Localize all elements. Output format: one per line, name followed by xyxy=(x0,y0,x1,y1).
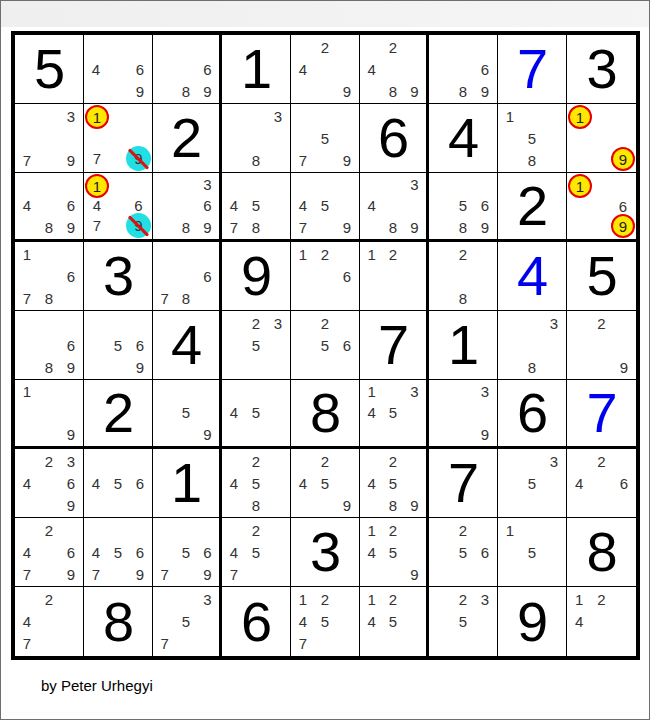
candidate-6[interactable]: 6 xyxy=(481,545,489,560)
candidate-4[interactable]: 4 xyxy=(299,476,307,491)
candidate-slot-5 xyxy=(314,265,336,287)
candidate-1[interactable]: 1 xyxy=(23,384,31,399)
candidate-grid: 179 xyxy=(85,105,151,171)
cell-r6c2[interactable]: 2 xyxy=(84,380,153,449)
candidate-2[interactable]: 2 xyxy=(459,523,467,538)
cell-r9c9[interactable]: 124 xyxy=(567,587,636,656)
candidate-9-cyan-strike[interactable]: 9 xyxy=(126,146,151,171)
candidate-slot-7 xyxy=(361,287,382,309)
candidate-4[interactable]: 4 xyxy=(367,476,375,491)
given-digit: 8 xyxy=(103,594,133,650)
candidate-5[interactable]: 5 xyxy=(528,545,536,560)
candidate-1-yellow[interactable]: 1 xyxy=(85,105,109,129)
candidate-7[interactable]: 7 xyxy=(23,153,31,168)
cell-r1c2[interactable]: 469 xyxy=(84,35,153,104)
cell-r7c2[interactable]: 456 xyxy=(84,449,153,518)
candidate-5[interactable]: 5 xyxy=(182,614,190,629)
candidate-5[interactable]: 5 xyxy=(114,338,122,353)
cell-r7c4[interactable]: 2458 xyxy=(222,449,291,518)
cell-r7c9[interactable]: 246 xyxy=(567,449,636,518)
candidate-2[interactable]: 2 xyxy=(252,316,260,331)
candidate-8[interactable]: 8 xyxy=(459,291,467,306)
candidate-slot-2: 2 xyxy=(38,588,60,610)
candidate-slot-8: 8 xyxy=(175,287,196,309)
candidate-2[interactable]: 2 xyxy=(45,592,53,607)
candidate-2[interactable]: 2 xyxy=(597,592,605,607)
candidate-1[interactable]: 1 xyxy=(299,247,307,262)
candidate-6[interactable]: 6 xyxy=(136,545,144,560)
candidate-4[interactable]: 4 xyxy=(23,198,31,213)
candidate-6[interactable]: 6 xyxy=(67,338,75,353)
candidate-slot-2 xyxy=(245,105,267,127)
cell-r3c2[interactable]: 14679 xyxy=(84,173,153,242)
cell-r1c1[interactable]: 5 xyxy=(15,35,84,104)
candidate-4[interactable]: 4 xyxy=(575,614,583,629)
candidate-6[interactable]: 6 xyxy=(67,198,75,213)
candidate-9[interactable]: 9 xyxy=(343,153,351,168)
cell-r2c6[interactable]: 6 xyxy=(360,104,429,173)
candidate-4[interactable]: 4 xyxy=(230,405,238,420)
candidate-9[interactable]: 9 xyxy=(67,153,75,168)
candidate-2[interactable]: 2 xyxy=(389,592,397,607)
candidate-3[interactable]: 3 xyxy=(67,454,75,469)
cell-r7c8[interactable]: 35 xyxy=(498,449,567,518)
candidate-1[interactable]: 1 xyxy=(575,592,583,607)
candidate-slot-9 xyxy=(613,494,635,516)
cell-r4c5[interactable]: 126 xyxy=(291,242,360,311)
candidate-slot-3: 3 xyxy=(267,312,289,334)
candidate-1[interactable]: 1 xyxy=(367,247,375,262)
cell-r6c8[interactable]: 6 xyxy=(498,380,567,449)
candidate-slot-5: 5 xyxy=(314,195,336,216)
candidate-5[interactable]: 5 xyxy=(459,545,467,560)
cell-r5c3[interactable]: 4 xyxy=(153,311,222,380)
candidate-5[interactable]: 5 xyxy=(182,545,190,560)
cell-r7c7[interactable]: 7 xyxy=(429,449,498,518)
candidate-5[interactable]: 5 xyxy=(321,476,329,491)
cell-r8c2[interactable]: 45679 xyxy=(84,518,153,587)
candidate-9[interactable]: 9 xyxy=(203,220,211,235)
cell-r2c8[interactable]: 158 xyxy=(498,104,567,173)
candidate-9[interactable]: 9 xyxy=(136,567,144,582)
candidate-5[interactable]: 5 xyxy=(252,198,260,213)
candidate-slot-1 xyxy=(223,519,245,541)
candidate-3[interactable]: 3 xyxy=(410,384,418,399)
candidate-slot-8 xyxy=(452,633,474,655)
candidate-8[interactable]: 8 xyxy=(182,220,190,235)
candidate-4[interactable]: 4 xyxy=(92,62,100,77)
candidate-8[interactable]: 8 xyxy=(45,291,53,306)
candidate-6[interactable]: 6 xyxy=(481,198,489,213)
candidate-5[interactable]: 5 xyxy=(321,131,329,146)
candidate-6[interactable]: 6 xyxy=(619,199,627,214)
candidate-5[interactable]: 5 xyxy=(182,405,190,420)
candidate-3[interactable]: 3 xyxy=(410,177,418,192)
candidate-1[interactable]: 1 xyxy=(299,592,307,607)
candidate-9[interactable]: 9 xyxy=(203,567,211,582)
cell-r3c1[interactable]: 4689 xyxy=(15,173,84,242)
candidate-1-yellow[interactable]: 1 xyxy=(85,174,109,198)
candidate-4[interactable]: 4 xyxy=(367,545,375,560)
candidate-1[interactable]: 1 xyxy=(367,523,375,538)
candidate-6[interactable]: 6 xyxy=(203,545,211,560)
candidate-8[interactable]: 8 xyxy=(459,84,467,99)
candidate-4[interactable]: 4 xyxy=(367,405,375,420)
candidate-4[interactable]: 4 xyxy=(299,614,307,629)
candidate-3[interactable]: 3 xyxy=(550,316,558,331)
candidate-9[interactable]: 9 xyxy=(410,498,418,513)
candidate-9[interactable]: 9 xyxy=(343,498,351,513)
cell-r2c2[interactable]: 179 xyxy=(84,104,153,173)
candidate-5[interactable]: 5 xyxy=(114,476,122,491)
candidate-5[interactable]: 5 xyxy=(252,476,260,491)
candidate-7[interactable]: 7 xyxy=(93,218,101,233)
candidate-9[interactable]: 9 xyxy=(67,360,75,375)
cell-r2c7[interactable]: 4 xyxy=(429,104,498,173)
candidate-7[interactable]: 7 xyxy=(299,153,307,168)
candidate-6[interactable]: 6 xyxy=(67,476,75,491)
candidate-8[interactable]: 8 xyxy=(389,220,397,235)
candidate-1[interactable]: 1 xyxy=(367,384,375,399)
candidate-9-yellow[interactable]: 9 xyxy=(611,214,635,238)
candidate-4[interactable]: 4 xyxy=(575,476,583,491)
candidate-4[interactable]: 4 xyxy=(367,614,375,629)
candidate-9-yellow[interactable]: 9 xyxy=(611,147,635,171)
candidate-5[interactable]: 5 xyxy=(528,131,536,146)
given-digit: 1 xyxy=(171,455,201,511)
cell-r2c9[interactable]: 19 xyxy=(567,104,636,173)
candidate-2[interactable]: 2 xyxy=(459,247,467,262)
candidate-slot-3 xyxy=(474,243,496,265)
cell-r7c5[interactable]: 2459 xyxy=(291,449,360,518)
candidate-5[interactable]: 5 xyxy=(114,545,122,560)
candidate-9[interactable]: 9 xyxy=(410,220,418,235)
cell-r1c8[interactable]: 7 xyxy=(498,35,567,104)
cell-r1c5[interactable]: 249 xyxy=(291,35,360,104)
candidate-9[interactable]: 9 xyxy=(343,84,351,99)
candidate-2[interactable]: 2 xyxy=(321,316,329,331)
cell-r7c3[interactable]: 1 xyxy=(153,449,222,518)
candidate-4[interactable]: 4 xyxy=(299,198,307,213)
candidate-slot-3 xyxy=(611,105,635,129)
cell-r4c1[interactable]: 1678 xyxy=(15,242,84,311)
candidate-9[interactable]: 9 xyxy=(410,567,418,582)
given-digit: 9 xyxy=(517,594,547,650)
candidate-4[interactable]: 4 xyxy=(230,545,238,560)
candidate-2[interactable]: 2 xyxy=(389,523,397,538)
candidate-8[interactable]: 8 xyxy=(389,84,397,99)
candidate-5[interactable]: 5 xyxy=(321,338,329,353)
cell-r6c9[interactable]: 7 xyxy=(567,380,636,449)
candidate-6[interactable]: 6 xyxy=(203,62,211,77)
candidate-6[interactable]: 6 xyxy=(67,269,75,284)
cell-r9c5[interactable]: 12457 xyxy=(291,587,360,656)
candidate-1[interactable]: 1 xyxy=(506,109,514,124)
candidate-9[interactable]: 9 xyxy=(203,427,211,442)
candidate-9[interactable]: 9 xyxy=(410,84,418,99)
cell-r3c7[interactable]: 5689 xyxy=(429,173,498,242)
cell-r5c6[interactable]: 7 xyxy=(360,311,429,380)
candidate-7[interactable]: 7 xyxy=(160,567,168,582)
cell-r5c5[interactable]: 256 xyxy=(291,311,360,380)
candidate-slot-6 xyxy=(197,610,218,632)
cell-r2c4[interactable]: 38 xyxy=(222,104,291,173)
candidate-2[interactable]: 2 xyxy=(252,523,260,538)
cell-r8c3[interactable]: 5679 xyxy=(153,518,222,587)
candidate-5[interactable]: 5 xyxy=(389,545,397,560)
candidate-slot-1: 1 xyxy=(85,174,109,198)
candidate-4[interactable]: 4 xyxy=(299,62,307,77)
candidate-7[interactable]: 7 xyxy=(299,220,307,235)
candidate-4[interactable]: 4 xyxy=(23,614,31,629)
candidate-slot-5 xyxy=(245,127,267,149)
candidate-7[interactable]: 7 xyxy=(299,636,307,651)
candidate-9[interactable]: 9 xyxy=(67,220,75,235)
candidate-9[interactable]: 9 xyxy=(136,360,144,375)
cell-r6c3[interactable]: 59 xyxy=(153,380,222,449)
candidate-slot-7 xyxy=(223,149,245,171)
candidate-6[interactable]: 6 xyxy=(67,545,75,560)
cell-r4c3[interactable]: 678 xyxy=(153,242,222,311)
candidate-6[interactable]: 6 xyxy=(343,338,351,353)
cell-r8c4[interactable]: 2457 xyxy=(222,518,291,587)
candidate-6[interactable]: 6 xyxy=(136,476,144,491)
candidate-1-yellow[interactable]: 1 xyxy=(568,105,592,129)
candidate-7[interactable]: 7 xyxy=(93,151,101,166)
cell-r8c6[interactable]: 12459 xyxy=(360,518,429,587)
candidate-9[interactable]: 9 xyxy=(481,427,489,442)
candidate-8[interactable]: 8 xyxy=(252,153,260,168)
candidate-5[interactable]: 5 xyxy=(321,198,329,213)
candidate-9[interactable]: 9 xyxy=(481,220,489,235)
cell-r5c2[interactable]: 569 xyxy=(84,311,153,380)
cell-r1c4[interactable]: 1 xyxy=(222,35,291,104)
cell-r5c7[interactable]: 1 xyxy=(429,311,498,380)
candidate-8[interactable]: 8 xyxy=(45,220,53,235)
candidate-9[interactable]: 9 xyxy=(203,84,211,99)
candidate-2[interactable]: 2 xyxy=(45,523,53,538)
candidate-8[interactable]: 8 xyxy=(45,360,53,375)
candidate-2[interactable]: 2 xyxy=(321,40,329,55)
candidate-9[interactable]: 9 xyxy=(67,427,75,442)
cell-r4c4[interactable]: 9 xyxy=(222,242,291,311)
candidate-7[interactable]: 7 xyxy=(160,291,168,306)
candidate-2[interactable]: 2 xyxy=(389,247,397,262)
cell-r1c9[interactable]: 3 xyxy=(567,35,636,104)
cell-r9c4[interactable]: 6 xyxy=(222,587,291,656)
candidate-5[interactable]: 5 xyxy=(459,198,467,213)
candidate-6[interactable]: 6 xyxy=(203,269,211,284)
candidate-7[interactable]: 7 xyxy=(23,636,31,651)
candidate-slot-7 xyxy=(430,287,452,309)
cell-r2c5[interactable]: 579 xyxy=(291,104,360,173)
candidate-8[interactable]: 8 xyxy=(182,291,190,306)
candidate-slot-9: 9 xyxy=(404,563,425,585)
cell-r9c7[interactable]: 235 xyxy=(429,587,498,656)
candidate-2[interactable]: 2 xyxy=(321,454,329,469)
candidate-9[interactable]: 9 xyxy=(481,84,489,99)
cell-r5c1[interactable]: 689 xyxy=(15,311,84,380)
cell-r4c8[interactable]: 4 xyxy=(498,242,567,311)
cell-r3c9[interactable]: 169 xyxy=(567,173,636,242)
candidate-9-cyan-strike[interactable]: 9 xyxy=(126,213,151,238)
cell-r8c8[interactable]: 15 xyxy=(498,518,567,587)
candidate-8[interactable]: 8 xyxy=(459,220,467,235)
cell-r2c1[interactable]: 379 xyxy=(15,104,84,173)
cell-r6c7[interactable]: 39 xyxy=(429,380,498,449)
candidate-4[interactable]: 4 xyxy=(367,62,375,77)
candidate-2[interactable]: 2 xyxy=(45,454,53,469)
candidate-6[interactable]: 6 xyxy=(134,198,142,213)
candidate-5[interactable]: 5 xyxy=(389,476,397,491)
candidate-3[interactable]: 3 xyxy=(203,592,211,607)
candidate-9[interactable]: 9 xyxy=(620,360,628,375)
candidate-2[interactable]: 2 xyxy=(321,592,329,607)
candidate-slot-8 xyxy=(590,633,612,655)
candidate-4[interactable]: 4 xyxy=(23,476,31,491)
candidate-4[interactable]: 4 xyxy=(93,198,101,213)
candidate-2[interactable]: 2 xyxy=(389,40,397,55)
cell-r5c8[interactable]: 38 xyxy=(498,311,567,380)
candidate-3[interactable]: 3 xyxy=(203,177,211,192)
cell-r3c4[interactable]: 4578 xyxy=(222,173,291,242)
cell-r7c6[interactable]: 24589 xyxy=(360,449,429,518)
candidate-1[interactable]: 1 xyxy=(367,592,375,607)
cell-r1c3[interactable]: 689 xyxy=(153,35,222,104)
candidate-4[interactable]: 4 xyxy=(23,545,31,560)
cell-r8c1[interactable]: 24679 xyxy=(15,518,84,587)
candidate-4[interactable]: 4 xyxy=(92,476,100,491)
candidate-8[interactable]: 8 xyxy=(182,84,190,99)
cell-r9c8[interactable]: 9 xyxy=(498,587,567,656)
cell-r3c5[interactable]: 4579 xyxy=(291,173,360,242)
candidate-slot-1: 1 xyxy=(361,381,382,402)
candidate-6[interactable]: 6 xyxy=(481,62,489,77)
candidate-7[interactable]: 7 xyxy=(230,220,238,235)
candidate-slot-1 xyxy=(16,174,38,195)
candidate-4[interactable]: 4 xyxy=(367,198,375,213)
candidate-5[interactable]: 5 xyxy=(389,405,397,420)
cell-r4c7[interactable]: 28 xyxy=(429,242,498,311)
candidate-9[interactable]: 9 xyxy=(136,84,144,99)
candidate-2[interactable]: 2 xyxy=(252,454,260,469)
candidate-slot-3 xyxy=(474,174,496,195)
candidate-6[interactable]: 6 xyxy=(136,338,144,353)
candidate-3[interactable]: 3 xyxy=(550,454,558,469)
candidate-9[interactable]: 9 xyxy=(343,220,351,235)
candidate-slot-7 xyxy=(568,494,590,516)
candidate-5[interactable]: 5 xyxy=(321,614,329,629)
candidate-1[interactable]: 1 xyxy=(23,247,31,262)
solved-digit: 4 xyxy=(517,248,547,304)
cell-r7c1[interactable]: 23469 xyxy=(15,449,84,518)
candidate-1-yellow[interactable]: 1 xyxy=(568,174,592,198)
candidate-7[interactable]: 7 xyxy=(160,636,168,651)
candidate-slot-1 xyxy=(223,450,245,472)
cell-r5c9[interactable]: 29 xyxy=(567,311,636,380)
candidate-slot-1 xyxy=(154,588,175,610)
candidate-3[interactable]: 3 xyxy=(481,592,489,607)
cell-r8c7[interactable]: 256 xyxy=(429,518,498,587)
cell-r9c2[interactable]: 8 xyxy=(84,587,153,656)
candidate-5[interactable]: 5 xyxy=(389,614,397,629)
cell-r4c6[interactable]: 12 xyxy=(360,242,429,311)
cell-r1c6[interactable]: 2489 xyxy=(360,35,429,104)
candidate-slot-2 xyxy=(175,174,196,195)
candidate-slot-9 xyxy=(129,494,151,516)
cell-r3c6[interactable]: 3489 xyxy=(360,173,429,242)
candidate-5[interactable]: 5 xyxy=(528,476,536,491)
cell-r3c8[interactable]: 2 xyxy=(498,173,567,242)
cell-r2c3[interactable]: 2 xyxy=(153,104,222,173)
candidate-slot-6: 6 xyxy=(197,265,218,287)
cell-r6c4[interactable]: 45 xyxy=(222,380,291,449)
cell-r9c1[interactable]: 247 xyxy=(15,587,84,656)
candidate-5[interactable]: 5 xyxy=(252,338,260,353)
candidate-3[interactable]: 3 xyxy=(274,109,282,124)
cell-r3c3[interactable]: 3689 xyxy=(153,173,222,242)
candidate-9[interactable]: 9 xyxy=(67,567,75,582)
candidate-5[interactable]: 5 xyxy=(252,405,260,420)
candidate-3[interactable]: 3 xyxy=(481,384,489,399)
cell-r4c2[interactable]: 3 xyxy=(84,242,153,311)
candidate-2[interactable]: 2 xyxy=(321,247,329,262)
cell-r4c9[interactable]: 5 xyxy=(567,242,636,311)
candidate-8[interactable]: 8 xyxy=(528,360,536,375)
candidate-4[interactable]: 4 xyxy=(92,545,100,560)
candidate-slot-9: 9 xyxy=(60,494,82,516)
candidate-slot-6 xyxy=(60,402,82,423)
cell-r8c5[interactable]: 3 xyxy=(291,518,360,587)
candidate-4[interactable]: 4 xyxy=(230,198,238,213)
candidate-5[interactable]: 5 xyxy=(459,614,467,629)
cell-r9c6[interactable]: 1245 xyxy=(360,587,429,656)
candidate-7[interactable]: 7 xyxy=(92,567,100,582)
candidate-1[interactable]: 1 xyxy=(506,523,514,538)
candidate-8[interactable]: 8 xyxy=(252,220,260,235)
candidate-6[interactable]: 6 xyxy=(203,198,211,213)
candidate-8[interactable]: 8 xyxy=(528,153,536,168)
candidate-slot-3 xyxy=(60,312,82,334)
cell-r1c7[interactable]: 689 xyxy=(429,35,498,104)
candidate-3[interactable]: 3 xyxy=(274,316,282,331)
cell-r6c5[interactable]: 8 xyxy=(291,380,360,449)
candidate-7[interactable]: 7 xyxy=(230,567,238,582)
candidate-6[interactable]: 6 xyxy=(136,62,144,77)
candidate-2[interactable]: 2 xyxy=(459,592,467,607)
candidate-2[interactable]: 2 xyxy=(389,454,397,469)
cell-r5c4[interactable]: 235 xyxy=(222,311,291,380)
cell-r9c3[interactable]: 357 xyxy=(153,587,222,656)
candidate-5[interactable]: 5 xyxy=(252,545,260,560)
candidate-7[interactable]: 7 xyxy=(23,291,31,306)
candidate-9[interactable]: 9 xyxy=(67,498,75,513)
candidate-grid: 126 xyxy=(292,243,358,309)
candidate-slot-9 xyxy=(613,633,635,655)
candidate-2[interactable]: 2 xyxy=(597,454,605,469)
candidate-3[interactable]: 3 xyxy=(67,109,75,124)
cell-r6c6[interactable]: 1345 xyxy=(360,380,429,449)
candidate-6[interactable]: 6 xyxy=(343,269,351,284)
cell-r8c9[interactable]: 8 xyxy=(567,518,636,587)
candidate-4[interactable]: 4 xyxy=(230,476,238,491)
cell-r6c1[interactable]: 19 xyxy=(15,380,84,449)
candidate-6[interactable]: 6 xyxy=(620,476,628,491)
candidate-2[interactable]: 2 xyxy=(597,316,605,331)
candidate-8[interactable]: 8 xyxy=(389,498,397,513)
candidate-8[interactable]: 8 xyxy=(252,498,260,513)
candidate-7[interactable]: 7 xyxy=(23,567,31,582)
